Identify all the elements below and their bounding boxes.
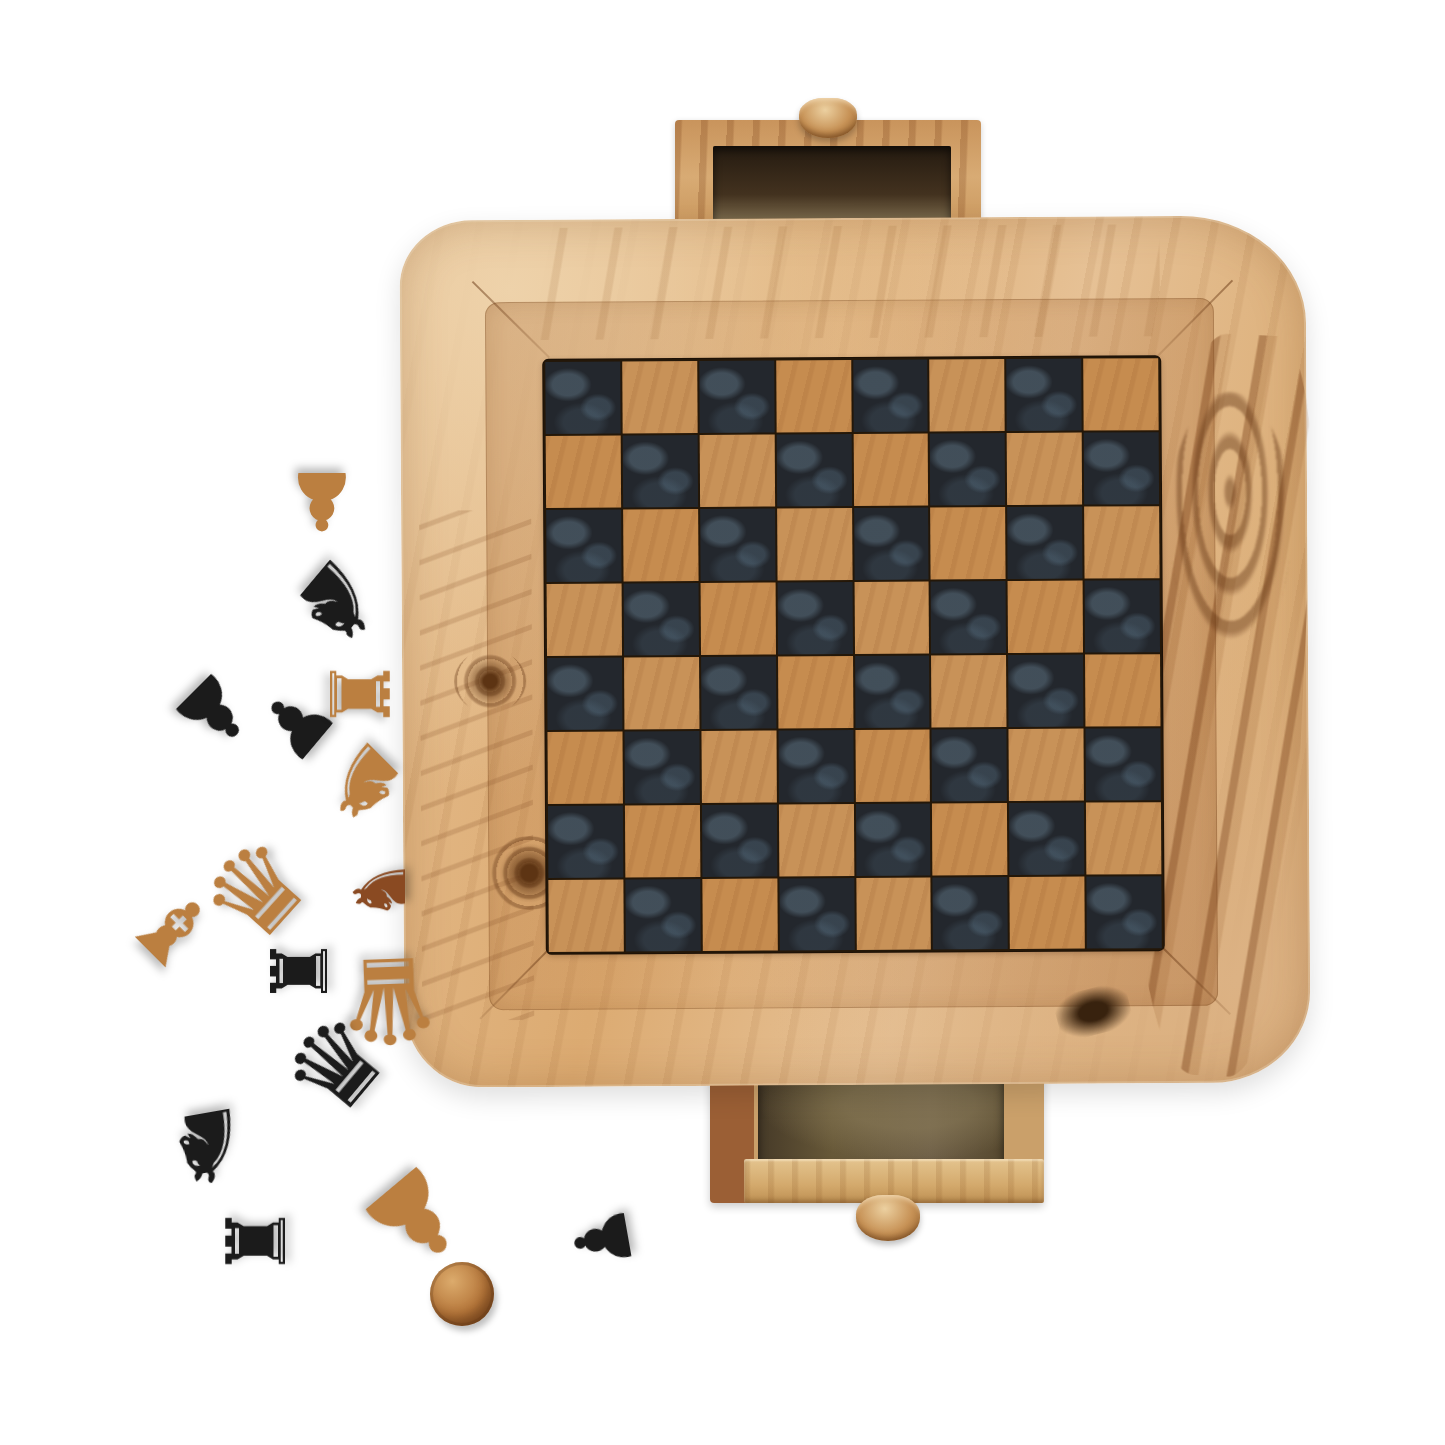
board-square (1008, 581, 1083, 653)
board-square (624, 657, 699, 729)
piece-black-knight: ♞ (157, 1091, 258, 1200)
product-photo-canvas: ♟♞♟♟♜♞♞♛♝♜♛♛♞♜♟♟ (0, 0, 1445, 1445)
board-square (1008, 655, 1083, 727)
board-square (1083, 358, 1158, 430)
piece-light-rook: ♜ (317, 657, 399, 731)
board-square (547, 731, 622, 803)
board-square (702, 878, 777, 950)
board-square (856, 878, 931, 950)
board-square (853, 360, 928, 432)
board-square (545, 361, 620, 433)
board-square (1087, 876, 1162, 948)
piece-black-pawn: ♟ (560, 1200, 644, 1278)
board-square (547, 583, 622, 655)
board-square (547, 657, 622, 729)
board-square (625, 805, 700, 877)
board-square (1086, 802, 1161, 874)
board-square (701, 656, 776, 728)
board-square (1085, 654, 1160, 726)
piece-black-rook: ♜ (216, 1204, 298, 1278)
board-square (854, 582, 929, 654)
board-square (548, 879, 623, 951)
board-square (1086, 728, 1161, 800)
piece-light-pawn: ♟ (286, 460, 358, 540)
board-square (855, 804, 930, 876)
board-square (623, 583, 698, 655)
board-square (1009, 729, 1084, 801)
board-square (699, 360, 774, 432)
board-square (1085, 580, 1160, 652)
board-square (1007, 433, 1082, 505)
board-square (778, 730, 853, 802)
board-square (855, 656, 930, 728)
board-square (931, 581, 1006, 653)
board-square (548, 805, 623, 877)
board-square (702, 804, 777, 876)
board-square (776, 360, 851, 432)
piece-black-knight: ♞ (272, 538, 404, 668)
board-square (777, 508, 852, 580)
piece-light-ball (430, 1262, 494, 1326)
board-square (933, 877, 1008, 949)
board-square (623, 435, 698, 507)
board-square (778, 656, 853, 728)
board-square (855, 730, 930, 802)
board-square (931, 655, 1006, 727)
board-square (546, 435, 621, 507)
board-square (1009, 803, 1084, 875)
top-drawer-knob (799, 98, 857, 138)
board-square (1084, 432, 1159, 504)
board-square (624, 731, 699, 803)
board-square (930, 507, 1005, 579)
checkerboard (543, 356, 1164, 954)
board-square (930, 359, 1005, 431)
board-square (700, 582, 775, 654)
board-square (623, 509, 698, 581)
board-square (779, 804, 854, 876)
piece-brown-knight: ♞ (344, 858, 416, 923)
board-square (700, 508, 775, 580)
board-square (776, 434, 851, 506)
board-square (930, 433, 1005, 505)
board-square (1084, 506, 1159, 578)
board-square (701, 730, 776, 802)
board-square (1010, 877, 1085, 949)
board-square (932, 729, 1007, 801)
board-square (779, 878, 854, 950)
bottom-drawer-knob (856, 1195, 920, 1241)
board-square (699, 434, 774, 506)
board-square (625, 879, 700, 951)
board-square (853, 434, 928, 506)
board-square (777, 582, 852, 654)
board-square (546, 509, 621, 581)
board-square (1006, 359, 1081, 431)
board-square (622, 361, 697, 433)
board-square (932, 803, 1007, 875)
chess-board (399, 215, 1310, 1088)
board-square (854, 508, 929, 580)
board-square (1007, 507, 1082, 579)
